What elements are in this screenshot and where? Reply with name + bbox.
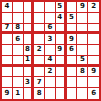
sudoku-cell-r9c2[interactable]: 1: [13, 88, 24, 99]
sudoku-cell-r7c9[interactable]: 9: [88, 67, 99, 78]
sudoku-board: 4592457866398296145289379186: [0, 0, 101, 101]
sudoku-cell-r6c9[interactable]: [88, 56, 99, 67]
sudoku-cell-r4c1[interactable]: [2, 34, 13, 45]
sudoku-cell-r1c7[interactable]: [67, 2, 78, 13]
sudoku-cell-r7c7[interactable]: [67, 67, 78, 78]
sudoku-cell-r6c6[interactable]: [56, 56, 67, 67]
sudoku-cell-r8c3[interactable]: 3: [24, 77, 35, 88]
sudoku-cell-r4c5[interactable]: 3: [45, 34, 56, 45]
sudoku-cell-r5c5[interactable]: [45, 45, 56, 56]
sudoku-cell-r9c6[interactable]: [56, 88, 67, 99]
sudoku-cell-r2c7[interactable]: 5: [67, 13, 78, 24]
sudoku-cell-r8c5[interactable]: [45, 77, 56, 88]
sudoku-cell-r1c3[interactable]: [24, 2, 35, 13]
sudoku-cell-r5c1[interactable]: [2, 45, 13, 56]
sudoku-cell-r8c4[interactable]: 7: [34, 77, 45, 88]
sudoku-cell-r4c4[interactable]: [34, 34, 45, 45]
sudoku-cell-r5c3[interactable]: 8: [24, 45, 35, 56]
sudoku-cell-r3c4[interactable]: [34, 24, 45, 35]
sudoku-cell-r6c3[interactable]: 1: [24, 56, 35, 67]
sudoku-cell-r8c1[interactable]: [2, 77, 13, 88]
sudoku-cell-r8c2[interactable]: [13, 77, 24, 88]
sudoku-cell-r8c7[interactable]: [67, 77, 78, 88]
sudoku-cell-r9c8[interactable]: [77, 88, 88, 99]
sudoku-cell-r6c1[interactable]: [2, 56, 13, 67]
sudoku-cell-r4c7[interactable]: 9: [67, 34, 78, 45]
sudoku-cell-r3c7[interactable]: [67, 24, 78, 35]
sudoku-cell-r9c1[interactable]: 9: [2, 88, 13, 99]
sudoku-cell-r8c9[interactable]: [88, 77, 99, 88]
sudoku-cell-r5c9[interactable]: [88, 45, 99, 56]
sudoku-cell-r5c2[interactable]: [13, 45, 24, 56]
sudoku-cell-r3c1[interactable]: 7: [2, 24, 13, 35]
sudoku-cell-r4c9[interactable]: [88, 34, 99, 45]
sudoku-cell-r6c2[interactable]: [13, 56, 24, 67]
sudoku-cell-r4c2[interactable]: 6: [13, 34, 24, 45]
sudoku-cell-r3c6[interactable]: [56, 24, 67, 35]
sudoku-cell-r2c3[interactable]: [24, 13, 35, 24]
sudoku-cell-r1c4[interactable]: [34, 2, 45, 13]
sudoku-cell-r1c8[interactable]: 9: [77, 2, 88, 13]
sudoku-cell-r1c2[interactable]: [13, 2, 24, 13]
sudoku-cell-r4c3[interactable]: [24, 34, 35, 45]
sudoku-cell-r9c4[interactable]: 8: [34, 88, 45, 99]
sudoku-cell-r2c6[interactable]: 4: [56, 13, 67, 24]
sudoku-cell-r7c4[interactable]: [34, 67, 45, 78]
sudoku-cell-r4c6[interactable]: [56, 34, 67, 45]
sudoku-cell-r2c2[interactable]: [13, 13, 24, 24]
sudoku-cell-r1c1[interactable]: 4: [2, 2, 13, 13]
sudoku-cell-r9c9[interactable]: 6: [88, 88, 99, 99]
sudoku-cell-r2c9[interactable]: [88, 13, 99, 24]
sudoku-cell-r9c5[interactable]: [45, 88, 56, 99]
sudoku-cell-r7c6[interactable]: [56, 67, 67, 78]
sudoku-cell-r5c8[interactable]: [77, 45, 88, 56]
sudoku-cell-r6c7[interactable]: [67, 56, 78, 67]
sudoku-cell-r5c6[interactable]: 9: [56, 45, 67, 56]
sudoku-cell-r6c8[interactable]: 5: [77, 56, 88, 67]
sudoku-cell-r3c2[interactable]: 8: [13, 24, 24, 35]
sudoku-cell-r2c1[interactable]: [2, 13, 13, 24]
sudoku-cell-r1c5[interactable]: [45, 2, 56, 13]
sudoku-cell-r2c4[interactable]: [34, 13, 45, 24]
sudoku-cell-r2c8[interactable]: [77, 13, 88, 24]
sudoku-cell-r5c4[interactable]: 2: [34, 45, 45, 56]
sudoku-cell-r8c6[interactable]: [56, 77, 67, 88]
sudoku-cell-r9c7[interactable]: [67, 88, 78, 99]
sudoku-cell-r8c8[interactable]: [77, 77, 88, 88]
sudoku-cell-r7c3[interactable]: [24, 67, 35, 78]
sudoku-cell-r7c2[interactable]: [13, 67, 24, 78]
sudoku-cell-r7c8[interactable]: 8: [77, 67, 88, 78]
sudoku-cell-r6c4[interactable]: [34, 56, 45, 67]
sudoku-cell-r3c3[interactable]: [24, 24, 35, 35]
sudoku-cell-r4c8[interactable]: [77, 34, 88, 45]
sudoku-cell-r7c1[interactable]: [2, 67, 13, 78]
sudoku-cell-r7c5[interactable]: 2: [45, 67, 56, 78]
sudoku-cell-r2c5[interactable]: [45, 13, 56, 24]
sudoku-cell-r1c9[interactable]: 2: [88, 2, 99, 13]
sudoku-cell-r3c5[interactable]: 6: [45, 24, 56, 35]
sudoku-cell-r3c9[interactable]: [88, 24, 99, 35]
sudoku-cell-r6c5[interactable]: 4: [45, 56, 56, 67]
sudoku-cell-r3c8[interactable]: [77, 24, 88, 35]
sudoku-cell-r1c6[interactable]: 5: [56, 2, 67, 13]
sudoku-cell-r9c3[interactable]: [24, 88, 35, 99]
sudoku-cell-r5c7[interactable]: 6: [67, 45, 78, 56]
